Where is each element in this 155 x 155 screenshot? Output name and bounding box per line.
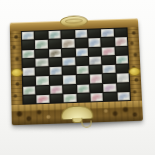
square-f1 [90,93,103,102]
square-g8 [101,29,114,37]
square-g4 [103,65,116,74]
board-middle [10,27,142,105]
square-f5 [89,56,102,65]
square-e3 [76,75,89,84]
square-f7 [88,38,101,46]
square-a1 [23,95,36,104]
square-b3 [36,76,49,85]
square-d4 [63,66,76,75]
square-c8 [48,31,60,39]
square-f2 [90,84,103,93]
square-e5 [76,57,89,66]
square-h5 [116,55,129,64]
square-b5 [36,58,49,67]
square-f4 [89,65,102,74]
square-e4 [76,66,89,75]
square-h4 [116,64,129,73]
square-e7 [75,39,88,47]
square-b4 [36,67,49,76]
square-h2 [117,83,130,92]
square-h7 [115,37,128,45]
square-f6 [89,47,102,55]
square-c6 [49,49,62,57]
square-h8 [114,28,127,36]
square-e1 [77,93,90,102]
square-c7 [49,40,62,48]
square-f8 [88,29,101,37]
square-d1 [64,94,77,103]
square-a6 [22,49,34,57]
square-c4 [49,67,62,76]
square-c3 [50,76,63,85]
board-grid [21,27,131,104]
square-c5 [49,58,62,67]
square-d7 [62,39,75,47]
square-g6 [102,47,115,55]
square-c1 [50,94,63,103]
square-d6 [62,48,75,56]
square-c2 [50,85,63,94]
square-a4 [23,68,36,77]
square-a5 [22,59,35,68]
square-d3 [63,75,76,84]
chessboard-box [10,18,143,125]
square-d2 [63,84,76,93]
square-g3 [103,74,116,83]
square-g2 [103,83,116,92]
brass-handle-icon [60,15,88,27]
square-b8 [35,31,47,39]
frame-right-rail [127,27,142,101]
square-g5 [102,56,115,65]
square-h1 [117,92,130,101]
square-e2 [77,84,90,93]
brass-clasp-icon [61,105,94,120]
square-a2 [23,86,36,95]
square-b2 [36,85,49,94]
brass-medallion-left-icon [11,68,23,77]
square-a7 [22,40,34,48]
square-a8 [22,32,34,40]
square-b1 [37,95,50,104]
square-d5 [62,57,75,66]
square-g7 [101,38,114,46]
square-h3 [116,73,129,82]
square-b7 [35,40,47,48]
square-d8 [61,30,74,38]
square-f3 [90,74,103,83]
square-e6 [75,48,88,56]
square-b6 [36,49,49,57]
square-e8 [75,30,88,38]
square-a3 [23,77,36,86]
product-photo [0,0,155,155]
square-g1 [104,92,117,101]
square-h6 [115,46,128,54]
